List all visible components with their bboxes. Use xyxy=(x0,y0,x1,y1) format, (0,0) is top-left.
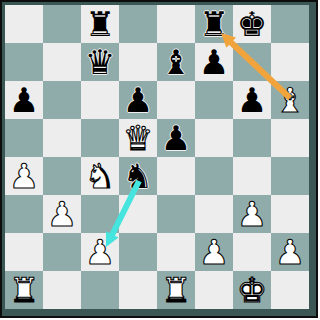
square-c8[interactable]: ♜ xyxy=(81,5,119,43)
square-b3[interactable]: ♟ xyxy=(43,195,81,233)
square-c7[interactable]: ♛ xyxy=(81,43,119,81)
square-a6[interactable]: ♟ xyxy=(5,81,43,119)
piece-white-pawn-c2[interactable]: ♟ xyxy=(85,233,115,271)
piece-black-queen-c7[interactable]: ♛ xyxy=(85,43,115,81)
square-f7[interactable]: ♟ xyxy=(195,43,233,81)
square-h3[interactable] xyxy=(271,195,309,233)
square-d5[interactable]: ♛ xyxy=(119,119,157,157)
square-h1[interactable] xyxy=(271,271,309,309)
square-a1[interactable]: ♜ xyxy=(5,271,43,309)
square-d4[interactable]: ♞ xyxy=(119,157,157,195)
square-c6[interactable] xyxy=(81,81,119,119)
piece-black-pawn-f7[interactable]: ♟ xyxy=(199,43,229,81)
square-g1[interactable]: ♚ xyxy=(233,271,271,309)
square-b2[interactable] xyxy=(43,233,81,271)
piece-white-knight-c4[interactable]: ♞ xyxy=(85,157,115,195)
square-f3[interactable] xyxy=(195,195,233,233)
piece-white-pawn-g3[interactable]: ♟ xyxy=(237,195,267,233)
square-b1[interactable] xyxy=(43,271,81,309)
square-e5[interactable]: ♟ xyxy=(157,119,195,157)
square-d3[interactable] xyxy=(119,195,157,233)
square-c1[interactable] xyxy=(81,271,119,309)
square-g7[interactable] xyxy=(233,43,271,81)
square-b6[interactable] xyxy=(43,81,81,119)
piece-white-rook-a1[interactable]: ♜ xyxy=(9,271,39,309)
square-d7[interactable] xyxy=(119,43,157,81)
square-f6[interactable] xyxy=(195,81,233,119)
square-e4[interactable] xyxy=(157,157,195,195)
piece-black-pawn-g6[interactable]: ♟ xyxy=(237,81,267,119)
square-b7[interactable] xyxy=(43,43,81,81)
square-h7[interactable] xyxy=(271,43,309,81)
square-h8[interactable] xyxy=(271,5,309,43)
piece-white-king-g1[interactable]: ♚ xyxy=(237,271,267,309)
square-d8[interactable] xyxy=(119,5,157,43)
square-e3[interactable] xyxy=(157,195,195,233)
piece-black-rook-c8[interactable]: ♜ xyxy=(85,5,115,43)
piece-black-pawn-d6[interactable]: ♟ xyxy=(123,81,153,119)
piece-white-rook-e1[interactable]: ♜ xyxy=(161,271,191,309)
square-g2[interactable] xyxy=(233,233,271,271)
piece-white-queen-d5[interactable]: ♛ xyxy=(123,119,153,157)
piece-black-bishop-e7[interactable]: ♝ xyxy=(161,43,191,81)
square-b5[interactable] xyxy=(43,119,81,157)
square-g4[interactable] xyxy=(233,157,271,195)
square-c5[interactable] xyxy=(81,119,119,157)
piece-black-rook-f8[interactable]: ♜ xyxy=(199,5,229,43)
square-h4[interactable] xyxy=(271,157,309,195)
square-e1[interactable]: ♜ xyxy=(157,271,195,309)
square-a8[interactable] xyxy=(5,5,43,43)
square-a4[interactable]: ♟ xyxy=(5,157,43,195)
board-grid: ♜♜♚♛♝♟♟♟♟♝♛♟♟♞♞♟♟♟♟♟♜♜♚ xyxy=(5,5,309,309)
square-a3[interactable] xyxy=(5,195,43,233)
square-g5[interactable] xyxy=(233,119,271,157)
square-b4[interactable] xyxy=(43,157,81,195)
square-a5[interactable] xyxy=(5,119,43,157)
square-g6[interactable]: ♟ xyxy=(233,81,271,119)
square-d2[interactable] xyxy=(119,233,157,271)
square-d6[interactable]: ♟ xyxy=(119,81,157,119)
square-f5[interactable] xyxy=(195,119,233,157)
piece-black-knight-d4[interactable]: ♞ xyxy=(123,157,153,195)
piece-white-pawn-f2[interactable]: ♟ xyxy=(199,233,229,271)
square-b8[interactable] xyxy=(43,5,81,43)
square-e8[interactable] xyxy=(157,5,195,43)
square-g8[interactable]: ♚ xyxy=(233,5,271,43)
piece-white-bishop-h6[interactable]: ♝ xyxy=(275,81,305,119)
square-f2[interactable]: ♟ xyxy=(195,233,233,271)
square-h6[interactable]: ♝ xyxy=(271,81,309,119)
piece-white-pawn-a4[interactable]: ♟ xyxy=(9,157,39,195)
square-c2[interactable]: ♟ xyxy=(81,233,119,271)
square-g3[interactable]: ♟ xyxy=(233,195,271,233)
square-a2[interactable] xyxy=(5,233,43,271)
square-h5[interactable] xyxy=(271,119,309,157)
square-f1[interactable] xyxy=(195,271,233,309)
chess-board: ♜♜♚♛♝♟♟♟♟♝♛♟♟♞♞♟♟♟♟♟♜♜♚ xyxy=(0,0,318,318)
piece-white-pawn-b3[interactable]: ♟ xyxy=(47,195,77,233)
square-f4[interactable] xyxy=(195,157,233,195)
square-d1[interactable] xyxy=(119,271,157,309)
square-f8[interactable]: ♜ xyxy=(195,5,233,43)
piece-black-pawn-a6[interactable]: ♟ xyxy=(9,81,39,119)
square-c4[interactable]: ♞ xyxy=(81,157,119,195)
square-c3[interactable] xyxy=(81,195,119,233)
square-e6[interactable] xyxy=(157,81,195,119)
square-a7[interactable] xyxy=(5,43,43,81)
piece-black-king-g8[interactable]: ♚ xyxy=(237,5,267,43)
piece-black-pawn-e5[interactable]: ♟ xyxy=(161,119,191,157)
square-h2[interactable]: ♟ xyxy=(271,233,309,271)
piece-white-pawn-h2[interactable]: ♟ xyxy=(275,233,305,271)
square-e2[interactable] xyxy=(157,233,195,271)
square-e7[interactable]: ♝ xyxy=(157,43,195,81)
